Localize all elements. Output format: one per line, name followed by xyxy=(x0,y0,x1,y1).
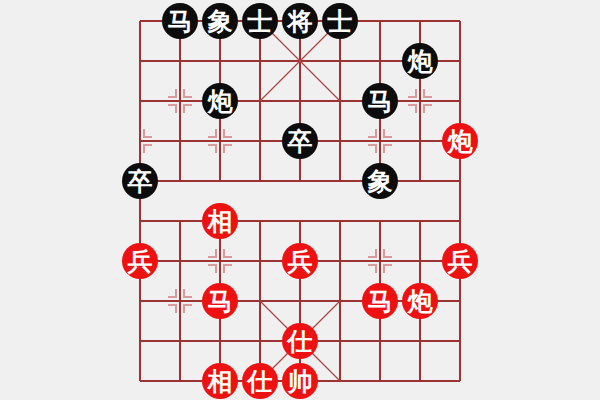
point-f9r10[interactable] xyxy=(440,361,480,400)
point-f5r7[interactable]: 兵 xyxy=(280,241,320,281)
point-f1r6[interactable] xyxy=(120,201,160,241)
point-f8r2[interactable]: 炮 xyxy=(400,41,440,81)
point-f5r8[interactable] xyxy=(280,281,320,321)
black-general-piece[interactable]: 将 xyxy=(282,3,318,39)
red-soldier-piece[interactable]: 兵 xyxy=(282,243,318,279)
point-f9r6[interactable] xyxy=(440,201,480,241)
xiangqi-app: 马象士将士炮炮马卒炮卒象相兵兵兵马马炮仕相仕帅 xyxy=(0,0,600,400)
point-f4r6[interactable] xyxy=(240,201,280,241)
black-cannon-piece[interactable]: 炮 xyxy=(202,83,238,119)
point-f5r1[interactable]: 将 xyxy=(280,1,320,41)
point-f1r8[interactable] xyxy=(120,281,160,321)
point-f2r6[interactable] xyxy=(160,201,200,241)
point-f1r5[interactable]: 卒 xyxy=(120,161,160,201)
point-f7r1[interactable] xyxy=(360,1,400,41)
point-f6r10[interactable] xyxy=(320,361,360,400)
black-cannon-piece[interactable]: 炮 xyxy=(402,43,438,79)
point-f2r4[interactable] xyxy=(160,121,200,161)
point-f3r6[interactable]: 相 xyxy=(200,201,240,241)
point-f6r1[interactable]: 士 xyxy=(320,1,360,41)
point-f3r8[interactable]: 马 xyxy=(200,281,240,321)
red-elephant-piece[interactable]: 相 xyxy=(202,203,238,239)
point-f3r2[interactable] xyxy=(200,41,240,81)
black-horse-piece[interactable]: 马 xyxy=(362,83,398,119)
point-f2r10[interactable] xyxy=(160,361,200,400)
point-f4r7[interactable] xyxy=(240,241,280,281)
red-advisor-piece[interactable]: 仕 xyxy=(242,363,278,399)
point-f9r8[interactable] xyxy=(440,281,480,321)
point-f2r5[interactable] xyxy=(160,161,200,201)
point-f4r4[interactable] xyxy=(240,121,280,161)
point-f2r2[interactable] xyxy=(160,41,200,81)
point-f3r9[interactable] xyxy=(200,321,240,361)
point-f9r5[interactable] xyxy=(440,161,480,201)
point-f9r9[interactable] xyxy=(440,321,480,361)
point-f6r2[interactable] xyxy=(320,41,360,81)
red-cannon-piece[interactable]: 炮 xyxy=(402,283,438,319)
point-f7r5[interactable]: 象 xyxy=(360,161,400,201)
point-f1r10[interactable] xyxy=(120,361,160,400)
point-f8r7[interactable] xyxy=(400,241,440,281)
black-advisor-piece[interactable]: 士 xyxy=(322,3,358,39)
black-elephant-piece[interactable]: 象 xyxy=(202,3,238,39)
point-f8r8[interactable]: 炮 xyxy=(400,281,440,321)
point-f7r7[interactable] xyxy=(360,241,400,281)
point-f4r1[interactable]: 士 xyxy=(240,1,280,41)
black-advisor-piece[interactable]: 士 xyxy=(242,3,278,39)
red-horse-piece[interactable]: 马 xyxy=(202,283,238,319)
point-f1r9[interactable] xyxy=(120,321,160,361)
point-f8r5[interactable] xyxy=(400,161,440,201)
point-f3r3[interactable]: 炮 xyxy=(200,81,240,121)
point-f5r9[interactable]: 仕 xyxy=(280,321,320,361)
red-general-piece[interactable]: 帅 xyxy=(282,363,318,399)
black-elephant-piece[interactable]: 象 xyxy=(362,163,398,199)
point-f2r8[interactable] xyxy=(160,281,200,321)
point-f8r3[interactable] xyxy=(400,81,440,121)
point-f5r5[interactable] xyxy=(280,161,320,201)
point-f9r3[interactable] xyxy=(440,81,480,121)
xiangqi-board: 马象士将士炮炮马卒炮卒象相兵兵兵马马炮仕相仕帅 xyxy=(120,1,480,400)
point-f1r7[interactable]: 兵 xyxy=(120,241,160,281)
point-f4r3[interactable] xyxy=(240,81,280,121)
red-horse-piece[interactable]: 马 xyxy=(362,283,398,319)
point-f3r7[interactable] xyxy=(200,241,240,281)
point-f4r2[interactable] xyxy=(240,41,280,81)
red-cannon-piece[interactable]: 炮 xyxy=(442,123,478,159)
point-f8r1[interactable] xyxy=(400,1,440,41)
point-f2r1[interactable]: 马 xyxy=(160,1,200,41)
point-f3r1[interactable]: 象 xyxy=(200,1,240,41)
point-f7r3[interactable]: 马 xyxy=(360,81,400,121)
red-advisor-piece[interactable]: 仕 xyxy=(282,323,318,359)
point-f8r10[interactable] xyxy=(400,361,440,400)
point-f5r10[interactable]: 帅 xyxy=(280,361,320,400)
point-f5r3[interactable] xyxy=(280,81,320,121)
point-f6r5[interactable] xyxy=(320,161,360,201)
point-f1r1[interactable] xyxy=(120,1,160,41)
point-f9r7[interactable]: 兵 xyxy=(440,241,480,281)
point-f5r6[interactable] xyxy=(280,201,320,241)
point-f7r9[interactable] xyxy=(360,321,400,361)
point-f6r6[interactable] xyxy=(320,201,360,241)
black-soldier-piece[interactable]: 卒 xyxy=(282,123,318,159)
red-elephant-piece[interactable]: 相 xyxy=(202,363,238,399)
red-soldier-piece[interactable]: 兵 xyxy=(122,243,158,279)
point-f6r7[interactable] xyxy=(320,241,360,281)
point-f1r3[interactable] xyxy=(120,81,160,121)
point-f6r4[interactable] xyxy=(320,121,360,161)
point-f4r8[interactable] xyxy=(240,281,280,321)
point-f1r4[interactable] xyxy=(120,121,160,161)
point-f3r5[interactable] xyxy=(200,161,240,201)
red-soldier-piece[interactable]: 兵 xyxy=(442,243,478,279)
black-horse-piece[interactable]: 马 xyxy=(162,3,198,39)
point-f8r9[interactable] xyxy=(400,321,440,361)
point-f6r3[interactable] xyxy=(320,81,360,121)
point-f9r2[interactable] xyxy=(440,41,480,81)
point-f7r2[interactable] xyxy=(360,41,400,81)
point-f4r5[interactable] xyxy=(240,161,280,201)
point-f7r4[interactable] xyxy=(360,121,400,161)
point-f8r6[interactable] xyxy=(400,201,440,241)
point-f1r2[interactable] xyxy=(120,41,160,81)
point-f5r4[interactable]: 卒 xyxy=(280,121,320,161)
point-f6r8[interactable] xyxy=(320,281,360,321)
point-f4r9[interactable] xyxy=(240,321,280,361)
black-soldier-piece[interactable]: 卒 xyxy=(122,163,158,199)
point-f7r6[interactable] xyxy=(360,201,400,241)
point-f2r3[interactable] xyxy=(160,81,200,121)
point-f7r8[interactable]: 马 xyxy=(360,281,400,321)
point-f9r4[interactable]: 炮 xyxy=(440,121,480,161)
point-f2r7[interactable] xyxy=(160,241,200,281)
point-f5r2[interactable] xyxy=(280,41,320,81)
point-f3r4[interactable] xyxy=(200,121,240,161)
point-f3r10[interactable]: 相 xyxy=(200,361,240,400)
point-f7r10[interactable] xyxy=(360,361,400,400)
point-f9r1[interactable] xyxy=(440,1,480,41)
point-f2r9[interactable] xyxy=(160,321,200,361)
point-f4r10[interactable]: 仕 xyxy=(240,361,280,400)
point-f8r4[interactable] xyxy=(400,121,440,161)
point-f6r9[interactable] xyxy=(320,321,360,361)
